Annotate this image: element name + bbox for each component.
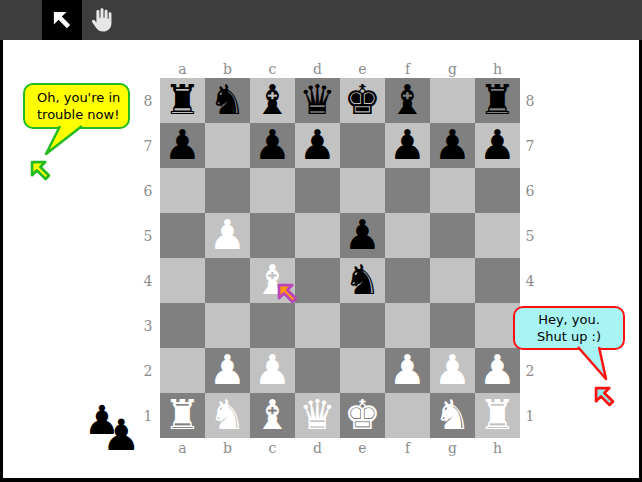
square-c6[interactable] — [250, 168, 295, 213]
square-a6[interactable] — [160, 168, 205, 213]
hand-icon — [88, 6, 116, 34]
rank-label-5: 5 — [138, 213, 158, 258]
square-c7[interactable]: ♟ — [250, 123, 295, 168]
rank-label-6: 6 — [138, 168, 158, 213]
square-h6[interactable] — [475, 168, 520, 213]
white-knight[interactable]: ♞ — [209, 393, 246, 438]
black-pawn[interactable]: ♟ — [299, 123, 336, 168]
square-a3[interactable] — [160, 303, 205, 348]
square-b4[interactable] — [205, 258, 250, 303]
square-c5[interactable] — [250, 213, 295, 258]
square-b1[interactable]: ♞ — [205, 393, 250, 438]
white-pawn[interactable]: ♟ — [209, 213, 246, 258]
remote-cursor-cyan-icon — [591, 383, 618, 414]
square-g1[interactable]: ♞ — [430, 393, 475, 438]
square-e2[interactable] — [340, 348, 385, 393]
square-d6[interactable] — [295, 168, 340, 213]
black-pawn[interactable]: ♟ — [389, 123, 426, 168]
black-bishop[interactable]: ♝ — [389, 78, 426, 123]
square-b7[interactable] — [205, 123, 250, 168]
window-border — [0, 40, 3, 482]
square-e4[interactable]: ♞ — [340, 258, 385, 303]
file-label-e: e — [340, 439, 385, 457]
square-a4[interactable] — [160, 258, 205, 303]
black-rook[interactable]: ♜ — [164, 78, 201, 123]
rank-label-1: 1 — [138, 393, 158, 438]
file-label-c: c — [250, 439, 295, 457]
square-a5[interactable] — [160, 213, 205, 258]
square-f5[interactable] — [385, 213, 430, 258]
remote-cursor-orange-icon — [274, 280, 301, 311]
square-b2[interactable]: ♟ — [205, 348, 250, 393]
square-e5[interactable]: ♟ — [340, 213, 385, 258]
square-f2[interactable]: ♟ — [385, 348, 430, 393]
square-f7[interactable]: ♟ — [385, 123, 430, 168]
square-g6[interactable] — [430, 168, 475, 213]
rank-label-7: 7 — [520, 123, 540, 168]
square-d3[interactable] — [295, 303, 340, 348]
square-e7[interactable] — [340, 123, 385, 168]
square-d7[interactable]: ♟ — [295, 123, 340, 168]
rank-label-5: 5 — [520, 213, 540, 258]
remote-cursor-yellow-icon — [27, 157, 54, 188]
hand-tool-button[interactable] — [82, 0, 122, 40]
speech-bubble-cyan: Hey, you. Shut up :) — [513, 306, 625, 350]
rank-label-3: 3 — [138, 303, 158, 348]
square-h4[interactable] — [475, 258, 520, 303]
square-f4[interactable] — [385, 258, 430, 303]
square-a1[interactable]: ♜ — [160, 393, 205, 438]
square-g4[interactable] — [430, 258, 475, 303]
chess-app-window: abcdefgh abcdefgh 87654321 87654321 ♜♞♝♛… — [0, 0, 642, 482]
file-label-d: d — [295, 439, 340, 457]
square-d2[interactable] — [295, 348, 340, 393]
square-e6[interactable] — [340, 168, 385, 213]
white-pawn[interactable]: ♟ — [389, 348, 426, 393]
square-e3[interactable] — [340, 303, 385, 348]
rank-label-7: 7 — [138, 123, 158, 168]
square-h8[interactable]: ♜ — [475, 78, 520, 123]
black-pawn[interactable]: ♟ — [434, 123, 471, 168]
black-knight[interactable]: ♞ — [209, 78, 246, 123]
speech-bubble-line: trouble now! — [37, 106, 128, 123]
square-e1[interactable]: ♚ — [340, 393, 385, 438]
black-pawn[interactable]: ♟ — [479, 123, 516, 168]
speech-bubble-line: Hey, you. — [515, 311, 623, 328]
rank-label-4: 4 — [520, 258, 540, 303]
file-labels-bottom: abcdefgh — [160, 439, 520, 457]
file-label-h: h — [475, 439, 520, 457]
white-rook[interactable]: ♜ — [479, 393, 516, 438]
square-d8[interactable]: ♛ — [295, 78, 340, 123]
square-g7[interactable]: ♟ — [430, 123, 475, 168]
square-f3[interactable] — [385, 303, 430, 348]
black-rook[interactable]: ♜ — [479, 78, 516, 123]
square-f6[interactable] — [385, 168, 430, 213]
black-king[interactable]: ♚ — [344, 78, 381, 123]
speech-bubble-line: Shut up :) — [515, 328, 623, 345]
black-pawn[interactable]: ♟ — [164, 123, 201, 168]
square-h1[interactable]: ♜ — [475, 393, 520, 438]
file-label-f: f — [385, 439, 430, 457]
square-b6[interactable] — [205, 168, 250, 213]
white-king[interactable]: ♚ — [344, 393, 381, 438]
window-border — [0, 478, 642, 482]
square-d4[interactable] — [295, 258, 340, 303]
white-rook[interactable]: ♜ — [164, 393, 201, 438]
rank-label-1: 1 — [520, 393, 540, 438]
square-f8[interactable]: ♝ — [385, 78, 430, 123]
file-label-b: b — [205, 439, 250, 457]
rank-labels-left: 87654321 — [138, 78, 158, 438]
square-a2[interactable] — [160, 348, 205, 393]
square-b8[interactable]: ♞ — [205, 78, 250, 123]
square-h7[interactable]: ♟ — [475, 123, 520, 168]
square-e8[interactable]: ♚ — [340, 78, 385, 123]
square-h2[interactable]: ♟ — [475, 348, 520, 393]
square-a8[interactable]: ♜ — [160, 78, 205, 123]
rank-labels-right: 87654321 — [520, 78, 540, 438]
file-label-a: a — [160, 439, 205, 457]
square-b5[interactable]: ♟ — [205, 213, 250, 258]
rank-label-8: 8 — [520, 78, 540, 123]
square-c2[interactable]: ♟ — [250, 348, 295, 393]
white-pawn[interactable]: ♟ — [209, 348, 246, 393]
black-pawn[interactable]: ♟ — [344, 213, 381, 258]
square-b3[interactable] — [205, 303, 250, 348]
black-queen[interactable]: ♛ — [299, 78, 336, 123]
white-knight[interactable]: ♞ — [434, 393, 471, 438]
square-g3[interactable] — [430, 303, 475, 348]
rank-label-8: 8 — [138, 78, 158, 123]
captured-black-pawn[interactable]: ♟ — [102, 415, 141, 455]
white-pawn[interactable]: ♟ — [254, 348, 291, 393]
rank-label-4: 4 — [138, 258, 158, 303]
square-c1[interactable]: ♝ — [250, 393, 295, 438]
white-pawn[interactable]: ♟ — [479, 348, 516, 393]
file-label-g: g — [430, 439, 475, 457]
speech-bubble-line: Oh, you're in — [37, 89, 128, 106]
rank-label-6: 6 — [520, 168, 540, 213]
square-a7[interactable]: ♟ — [160, 123, 205, 168]
chess-board: ♜♞♝♛♚♝♜♟♟♟♟♟♟♟♟♝♞♟♟♟♟♟♜♞♝♛♚♞♜ — [160, 78, 520, 438]
white-bishop[interactable]: ♝ — [254, 393, 291, 438]
speech-bubble-yellow: Oh, you're in trouble now! — [23, 83, 130, 129]
square-g8[interactable] — [430, 78, 475, 123]
white-queen[interactable]: ♛ — [299, 393, 336, 438]
square-g5[interactable] — [430, 213, 475, 258]
black-bishop[interactable]: ♝ — [254, 78, 291, 123]
square-c8[interactable]: ♝ — [250, 78, 295, 123]
white-pawn[interactable]: ♟ — [434, 348, 471, 393]
toolbar — [0, 0, 642, 40]
square-g2[interactable]: ♟ — [430, 348, 475, 393]
black-knight[interactable]: ♞ — [344, 258, 381, 303]
file-label-g: g — [430, 60, 475, 78]
square-d1[interactable]: ♛ — [295, 393, 340, 438]
square-f1[interactable] — [385, 393, 430, 438]
nw-arrow-cursor-icon — [49, 7, 75, 33]
square-h5[interactable] — [475, 213, 520, 258]
rank-label-2: 2 — [520, 348, 540, 393]
rank-label-2: 2 — [138, 348, 158, 393]
square-d5[interactable] — [295, 213, 340, 258]
black-pawn[interactable]: ♟ — [254, 123, 291, 168]
select-cursor-tool-button[interactable] — [42, 0, 82, 40]
